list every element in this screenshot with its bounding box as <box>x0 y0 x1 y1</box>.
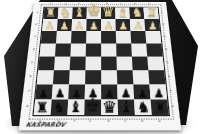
square-b5 <box>132 57 148 71</box>
coordinate-label: 3 <box>164 35 166 37</box>
square-f7: ♟ <box>68 84 85 99</box>
white-knight: ♞ <box>58 7 72 19</box>
square-f2: ♟ <box>72 19 87 31</box>
white-pawn: ♟ <box>116 21 131 32</box>
coordinate-label: 2 <box>162 23 164 25</box>
white-pawn: ♟ <box>57 21 72 32</box>
square-d3 <box>101 31 116 43</box>
square-e5 <box>85 57 101 71</box>
white-king: ♚ <box>87 4 101 19</box>
file-labels-top: hgfedcba <box>44 1 157 6</box>
square-a7: ♟ <box>149 84 167 99</box>
square-d2: ♟ <box>101 19 116 31</box>
black-pawn: ♟ <box>118 88 134 100</box>
coordinate-label: 6 <box>168 75 170 78</box>
black-pawn: ♟ <box>35 88 51 100</box>
coordinate-label: d <box>107 119 109 122</box>
square-b2: ♟ <box>130 19 145 31</box>
square-g5 <box>54 57 70 71</box>
black-knight: ♞ <box>135 101 152 115</box>
square-c4 <box>116 44 132 57</box>
square-c8: ♝ <box>118 99 135 115</box>
black-knight: ♞ <box>51 101 68 115</box>
coordinate-label: f <box>74 119 75 122</box>
square-d1: ♛ <box>101 8 115 19</box>
black-rook: ♜ <box>34 101 51 115</box>
coordinate-label: e <box>90 119 92 122</box>
square-f5 <box>70 57 86 71</box>
square-g8: ♞ <box>51 99 69 115</box>
white-pawn: ♟ <box>72 21 87 32</box>
coordinate-label: 7 <box>28 89 30 92</box>
square-e1: ♚ <box>87 8 101 19</box>
white-pawn: ♟ <box>131 21 146 32</box>
coordinate-label: 6 <box>30 75 32 78</box>
square-g2: ♟ <box>57 19 72 31</box>
black-pawn: ♟ <box>101 88 117 100</box>
brand-logo: KASPAROV <box>25 121 66 128</box>
square-b7: ♟ <box>133 84 150 99</box>
square-a4 <box>146 44 162 57</box>
square-f4 <box>70 44 86 57</box>
square-d7: ♟ <box>101 84 118 99</box>
black-bishop: ♝ <box>67 99 84 115</box>
white-queen: ♛ <box>101 5 115 19</box>
square-c1: ♝ <box>115 8 130 19</box>
square-g6 <box>53 70 70 84</box>
black-pawn: ♟ <box>151 88 167 100</box>
square-e8: ♚ <box>84 99 101 115</box>
white-pawn: ♟ <box>42 21 57 32</box>
coordinate-label: 4 <box>165 48 167 51</box>
square-c3 <box>116 31 131 43</box>
coordinate-label: c <box>120 3 122 5</box>
coordinate-label: 3 <box>34 35 36 37</box>
white-bishop: ♝ <box>115 6 129 19</box>
chess-set-photo: hgfedcba hgfedcba 12345678 12345678 ♜♞♝♚… <box>0 0 200 134</box>
white-knight: ♞ <box>130 7 144 19</box>
square-d6 <box>101 70 117 84</box>
square-d8: ♛ <box>101 99 118 115</box>
coordinate-label: f <box>78 3 79 5</box>
black-king: ♚ <box>84 97 101 115</box>
square-e4 <box>86 44 101 57</box>
board-sheet: hgfedcba hgfedcba 12345678 12345678 ♜♞♝♚… <box>19 2 182 130</box>
square-b4 <box>131 44 147 57</box>
coordinate-label: d <box>106 3 108 5</box>
black-pawn: ♟ <box>52 88 68 100</box>
white-bishop: ♝ <box>72 6 86 19</box>
square-h6 <box>37 70 54 84</box>
black-bishop: ♝ <box>118 99 135 115</box>
square-c2: ♟ <box>115 19 130 31</box>
square-b8: ♞ <box>134 99 152 115</box>
white-pawn: ♟ <box>86 21 101 32</box>
white-pawn: ♟ <box>101 21 116 32</box>
coordinate-label: 7 <box>170 89 172 92</box>
square-a2: ♟ <box>144 19 160 31</box>
coordinate-label: b <box>141 119 143 122</box>
square-e3 <box>86 31 101 43</box>
coordinate-label: 2 <box>36 23 38 25</box>
white-rook: ♜ <box>144 7 158 19</box>
square-h5 <box>38 57 55 71</box>
coordinate-label: 8 <box>26 104 28 107</box>
coordinate-label: e <box>91 3 93 5</box>
square-h4 <box>40 44 56 57</box>
black-rook: ♜ <box>152 101 169 115</box>
board-grid: ♜♞♝♚♛♝♞♜♟♟♟♟♟♟♟♟♟♟♟♟♟♟♟♟♜♞♝♚♛♝♞♜ <box>32 7 170 116</box>
coordinate-label: h <box>50 3 52 5</box>
coordinate-label: 5 <box>167 61 169 64</box>
square-a8: ♜ <box>151 99 169 115</box>
black-pawn: ♟ <box>68 88 84 100</box>
square-h7: ♟ <box>35 84 53 99</box>
square-h1: ♜ <box>43 8 58 19</box>
coordinate-label: 8 <box>171 104 173 107</box>
square-c7: ♟ <box>117 84 134 99</box>
square-b6 <box>133 70 150 84</box>
square-g1: ♞ <box>58 8 73 19</box>
black-pawn: ♟ <box>85 88 101 100</box>
square-g7: ♟ <box>52 84 69 99</box>
square-h2: ♟ <box>42 19 58 31</box>
coordinate-label: g <box>64 3 66 5</box>
coordinate-label: a <box>158 119 160 122</box>
square-d4 <box>101 44 116 57</box>
coordinate-label: 1 <box>161 11 163 13</box>
square-g3 <box>56 31 72 43</box>
square-a3 <box>145 31 161 43</box>
coordinate-label: b <box>134 3 136 5</box>
square-a1: ♜ <box>143 8 158 19</box>
square-e6 <box>85 70 101 84</box>
square-b3 <box>131 31 147 43</box>
coordinate-label: 5 <box>31 61 33 64</box>
square-a5 <box>147 57 164 71</box>
square-f8: ♝ <box>67 99 84 115</box>
black-pawn: ♟ <box>134 88 150 100</box>
coordinate-label: 1 <box>37 11 39 13</box>
coordinate-label: c <box>124 119 126 122</box>
square-f3 <box>71 31 86 43</box>
coordinate-label: 4 <box>33 48 35 51</box>
coordinate-label: a <box>148 3 150 5</box>
square-c5 <box>116 57 132 71</box>
square-f6 <box>69 70 85 84</box>
square-a6 <box>148 70 165 84</box>
white-pawn: ♟ <box>145 21 160 32</box>
black-queen: ♛ <box>101 98 118 115</box>
white-rook: ♜ <box>43 7 57 19</box>
square-h8: ♜ <box>34 99 52 115</box>
square-e7: ♟ <box>85 84 101 99</box>
square-d5 <box>101 57 117 71</box>
square-h3 <box>41 31 57 43</box>
square-c6 <box>117 70 133 84</box>
square-f1: ♝ <box>72 8 87 19</box>
square-b1: ♞ <box>129 8 144 19</box>
square-e2: ♟ <box>86 19 101 31</box>
square-g4 <box>55 44 71 57</box>
